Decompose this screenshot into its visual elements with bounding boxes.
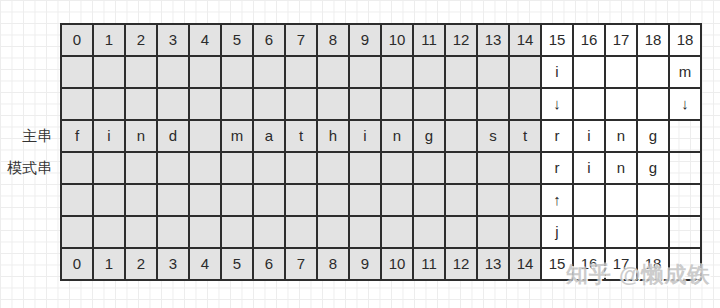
cell-top-index-c8: 8	[317, 24, 349, 56]
cell-j-arrow-c3	[157, 184, 189, 216]
cell-j-arrow-c11	[413, 184, 445, 216]
cell-pattern-string-c14	[509, 152, 541, 184]
cell-main-string-c5: m	[221, 120, 253, 152]
cell-i-pointer-c8	[317, 56, 349, 88]
cell-j-pointer-c4	[189, 216, 221, 248]
cell-bottom-index-c14: 14	[509, 248, 541, 280]
grid-row-j-pointer: j	[61, 216, 701, 248]
watermark: 知乎 @懒成铁	[566, 260, 711, 290]
cell-i-pointer-c11	[413, 56, 445, 88]
cell-j-pointer-c13	[477, 216, 509, 248]
cell-j-pointer-c5	[221, 216, 253, 248]
grid-row-j-arrow: ↑	[61, 184, 701, 216]
cell-main-string-c15: r	[541, 120, 573, 152]
cell-j-pointer-absent	[669, 216, 701, 248]
cell-main-string-c7: t	[285, 120, 317, 152]
cell-i-arrow-c11	[413, 88, 445, 120]
cell-j-arrow-c4	[189, 184, 221, 216]
cell-i-arrow-c13	[477, 88, 509, 120]
cell-j-arrow-c1	[93, 184, 125, 216]
cell-i-arrow-c7	[285, 88, 317, 120]
cell-top-index-c14: 14	[509, 24, 541, 56]
cell-i-pointer-c4	[189, 56, 221, 88]
cell-j-arrow-c15: ↑	[541, 184, 573, 216]
cell-i-arrow-c4	[189, 88, 221, 120]
cell-i-pointer-c16	[573, 56, 605, 88]
cell-bottom-index-c6: 6	[253, 248, 285, 280]
cell-pattern-string-c0	[61, 152, 93, 184]
cell-i-arrow-c9	[349, 88, 381, 120]
cell-j-pointer-c18	[637, 216, 669, 248]
cell-i-arrow-c12	[445, 88, 477, 120]
cell-main-string-c8: h	[317, 120, 349, 152]
grid-row-pattern-string: ring	[61, 152, 701, 184]
cell-j-pointer-c14	[509, 216, 541, 248]
cell-i-pointer-c15: i	[541, 56, 573, 88]
cell-j-arrow-c17	[605, 184, 637, 216]
cell-pattern-string-c8	[317, 152, 349, 184]
cell-top-index-c15: 15	[541, 24, 573, 56]
cell-i-pointer-c0	[61, 56, 93, 88]
cell-bottom-index-c3: 3	[157, 248, 189, 280]
cell-j-arrow-c12	[445, 184, 477, 216]
cell-j-arrow-absent	[669, 184, 701, 216]
cell-j-pointer-c1	[93, 216, 125, 248]
cell-main-string-c11: g	[413, 120, 445, 152]
cell-top-index-c17: 17	[605, 24, 637, 56]
cell-pattern-string-c11	[413, 152, 445, 184]
cell-top-index-c18: 18	[637, 24, 669, 56]
cell-main-string-c13: s	[477, 120, 509, 152]
cell-j-pointer-c11	[413, 216, 445, 248]
cell-i-pointer-c6	[253, 56, 285, 88]
cell-pattern-string-c16: i	[573, 152, 605, 184]
cell-bottom-index-c12: 12	[445, 248, 477, 280]
cell-i-pointer-c17	[605, 56, 637, 88]
cell-main-string-c3: d	[157, 120, 189, 152]
cell-top-index-c10: 10	[381, 24, 413, 56]
cell-j-arrow-c16	[573, 184, 605, 216]
cell-i-arrow-c1	[93, 88, 125, 120]
cell-pattern-string-c7	[285, 152, 317, 184]
cell-top-index-c3: 3	[157, 24, 189, 56]
cell-i-arrow-extra: ↓	[669, 88, 701, 120]
cell-j-pointer-c7	[285, 216, 317, 248]
cell-pattern-string-absent	[669, 152, 701, 184]
cell-pattern-string-c12	[445, 152, 477, 184]
cell-top-index-c2: 2	[125, 24, 157, 56]
cell-i-pointer-c18	[637, 56, 669, 88]
grid-row-main-string: findmathingstring	[61, 120, 701, 152]
cell-main-string-c1: i	[93, 120, 125, 152]
cell-i-arrow-c17	[605, 88, 637, 120]
cell-i-arrow-c5	[221, 88, 253, 120]
cell-j-arrow-c9	[349, 184, 381, 216]
cell-top-index-c6: 6	[253, 24, 285, 56]
cell-main-string-c2: n	[125, 120, 157, 152]
kmp-diagram: 主串 模式串 012345678910111213141516171818im↓…	[0, 0, 720, 308]
cell-i-pointer-c13	[477, 56, 509, 88]
cell-i-pointer-extra: m	[669, 56, 701, 88]
cell-main-string-c0: f	[61, 120, 93, 152]
cell-j-pointer-c10	[381, 216, 413, 248]
cell-main-string-c4	[189, 120, 221, 152]
cell-bottom-index-c13: 13	[477, 248, 509, 280]
cell-pattern-string-c13	[477, 152, 509, 184]
cell-top-index-c9: 9	[349, 24, 381, 56]
cell-main-string-c6: a	[253, 120, 285, 152]
cell-pattern-string-c6	[253, 152, 285, 184]
cell-main-string-absent	[669, 120, 701, 152]
cell-j-pointer-c6	[253, 216, 285, 248]
cell-bottom-index-c4: 4	[189, 248, 221, 280]
cell-top-index-c11: 11	[413, 24, 445, 56]
cell-i-arrow-c0	[61, 88, 93, 120]
cell-pattern-string-c10	[381, 152, 413, 184]
cell-top-index-c13: 13	[477, 24, 509, 56]
cell-j-pointer-c8	[317, 216, 349, 248]
cell-pattern-string-c9	[349, 152, 381, 184]
cell-top-index-c4: 4	[189, 24, 221, 56]
cell-j-arrow-c0	[61, 184, 93, 216]
cell-pattern-string-c3	[157, 152, 189, 184]
cell-pattern-string-c5	[221, 152, 253, 184]
cell-j-arrow-c14	[509, 184, 541, 216]
cell-i-pointer-c14	[509, 56, 541, 88]
cell-i-arrow-c3	[157, 88, 189, 120]
cell-j-pointer-c3	[157, 216, 189, 248]
cell-main-string-c18: g	[637, 120, 669, 152]
cell-pattern-string-c18: g	[637, 152, 669, 184]
cell-i-arrow-c6	[253, 88, 285, 120]
cell-bottom-index-c7: 7	[285, 248, 317, 280]
grid-row-i-arrow: ↓↓	[61, 88, 701, 120]
cell-j-arrow-c7	[285, 184, 317, 216]
grid-row-top-index: 012345678910111213141516171818	[61, 24, 701, 56]
cell-pattern-string-c17: n	[605, 152, 637, 184]
cell-top-index-c1: 1	[93, 24, 125, 56]
cell-i-arrow-c2	[125, 88, 157, 120]
cell-main-string-c12	[445, 120, 477, 152]
cell-j-arrow-c13	[477, 184, 509, 216]
cell-i-pointer-c10	[381, 56, 413, 88]
cell-pattern-string-c2	[125, 152, 157, 184]
matching-grid: 012345678910111213141516171818im↓↓findma…	[60, 23, 702, 281]
cell-j-arrow-c2	[125, 184, 157, 216]
cell-bottom-index-c8: 8	[317, 248, 349, 280]
cell-top-index-c12: 12	[445, 24, 477, 56]
cell-i-arrow-c16	[573, 88, 605, 120]
cell-i-arrow-c14	[509, 88, 541, 120]
pattern-string-label: 模式串	[0, 152, 52, 184]
cell-j-pointer-c2	[125, 216, 157, 248]
cell-j-pointer-c0	[61, 216, 93, 248]
cell-main-string-c10: n	[381, 120, 413, 152]
cell-pattern-string-c1	[93, 152, 125, 184]
cell-j-arrow-c8	[317, 184, 349, 216]
cell-i-pointer-c5	[221, 56, 253, 88]
cell-main-string-c9: i	[349, 120, 381, 152]
cell-j-pointer-c15: j	[541, 216, 573, 248]
cell-bottom-index-c11: 11	[413, 248, 445, 280]
cell-main-string-c14: t	[509, 120, 541, 152]
cell-j-arrow-c5	[221, 184, 253, 216]
cell-main-string-c17: n	[605, 120, 637, 152]
cell-bottom-index-c1: 1	[93, 248, 125, 280]
cell-i-pointer-c1	[93, 56, 125, 88]
cell-j-pointer-c16	[573, 216, 605, 248]
cell-i-pointer-c7	[285, 56, 317, 88]
cell-top-index-c7: 7	[285, 24, 317, 56]
cell-i-arrow-c15: ↓	[541, 88, 573, 120]
cell-i-arrow-c18	[637, 88, 669, 120]
cell-top-index-c16: 16	[573, 24, 605, 56]
cell-bottom-index-c5: 5	[221, 248, 253, 280]
cell-bottom-index-c9: 9	[349, 248, 381, 280]
cell-i-pointer-c3	[157, 56, 189, 88]
cell-pattern-string-c4	[189, 152, 221, 184]
cell-i-arrow-c10	[381, 88, 413, 120]
cell-j-arrow-c18	[637, 184, 669, 216]
cell-bottom-index-c2: 2	[125, 248, 157, 280]
cell-i-pointer-c12	[445, 56, 477, 88]
cell-j-arrow-c6	[253, 184, 285, 216]
cell-pattern-string-c15: r	[541, 152, 573, 184]
cell-j-arrow-c10	[381, 184, 413, 216]
cell-bottom-index-c0: 0	[61, 248, 93, 280]
grid-row-i-pointer: im	[61, 56, 701, 88]
cell-i-pointer-c9	[349, 56, 381, 88]
cell-j-pointer-c12	[445, 216, 477, 248]
cell-i-pointer-c2	[125, 56, 157, 88]
cell-top-index-extra: 18	[669, 24, 701, 56]
cell-top-index-c5: 5	[221, 24, 253, 56]
cell-top-index-c0: 0	[61, 24, 93, 56]
cell-i-arrow-c8	[317, 88, 349, 120]
cell-main-string-c16: i	[573, 120, 605, 152]
cell-bottom-index-c10: 10	[381, 248, 413, 280]
main-string-label: 主串	[0, 120, 52, 152]
cell-j-pointer-c9	[349, 216, 381, 248]
cell-j-pointer-c17	[605, 216, 637, 248]
